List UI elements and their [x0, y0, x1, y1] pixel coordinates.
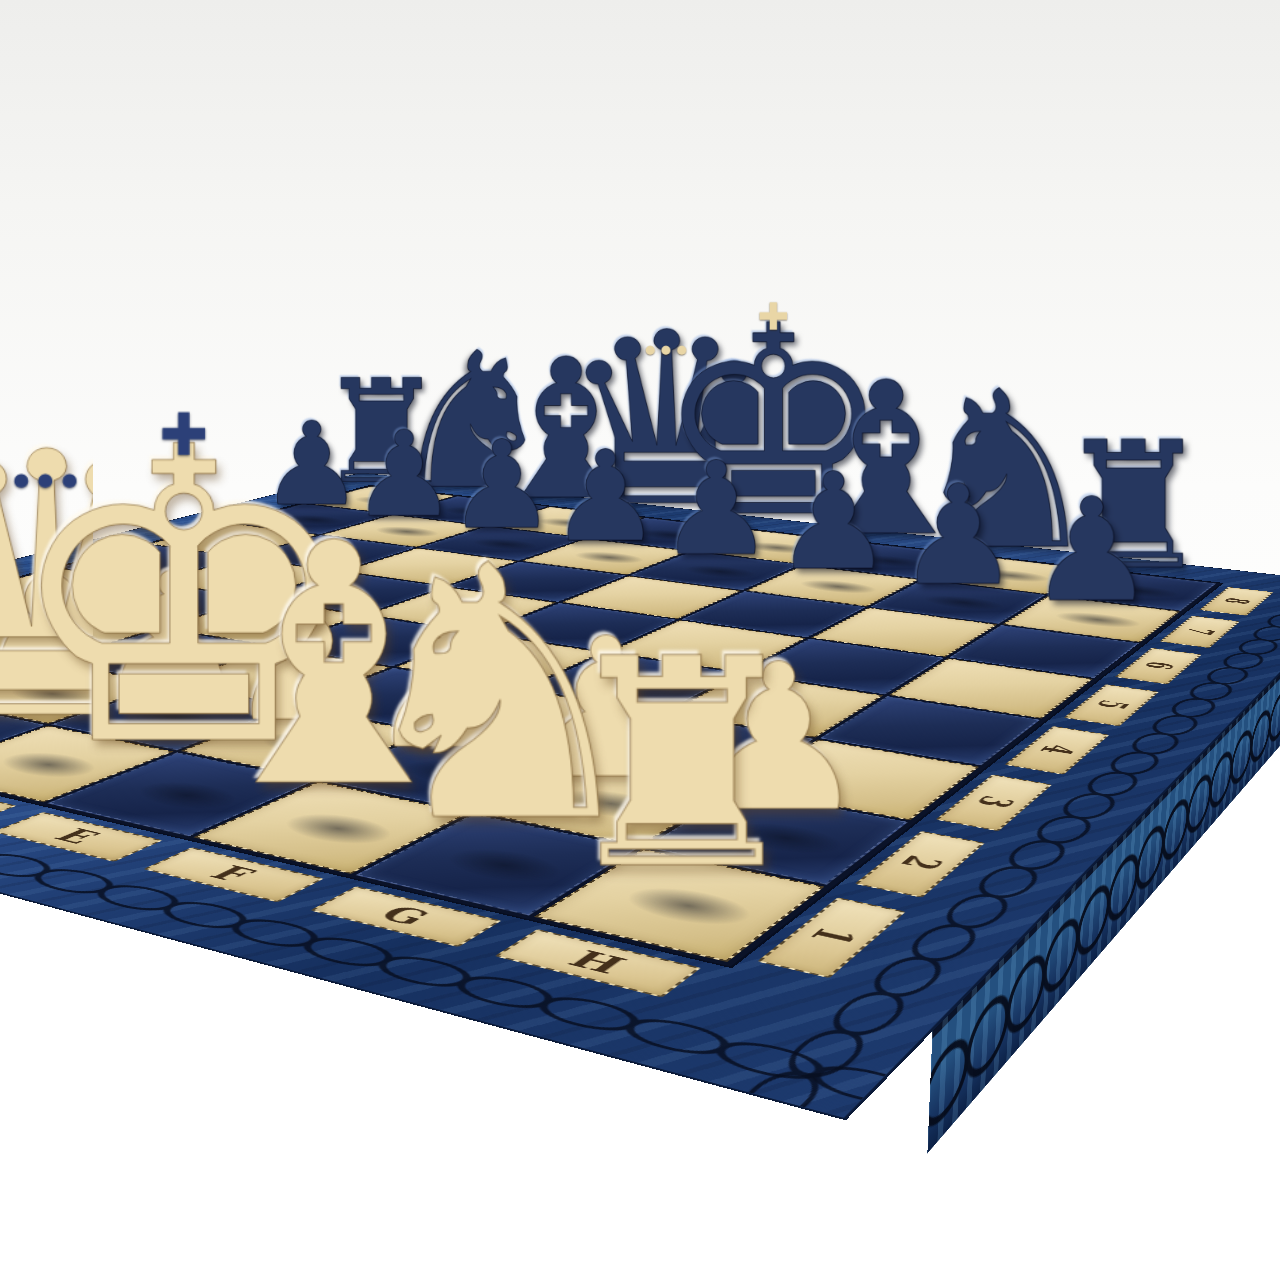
rank-label-text: 4	[1031, 742, 1086, 757]
rank-label-text: 2	[889, 853, 954, 874]
square-h7[interactable]: ♟	[1002, 595, 1179, 642]
piece-blue-pawn[interactable]: ♟	[658, 447, 774, 570]
piece-white-rook[interactable]: ♜	[553, 628, 811, 901]
scene: ♜♞♝♛● ● ●♚✚♝♞♜♟♟♟♟♟♟♟♟♟♟♟♟♟♟♟♟♜♞♝♛● ● ●♚…	[0, 0, 1280, 1280]
piece-blue-pawn[interactable]: ♟	[897, 470, 1020, 601]
rank-label-text: 3	[966, 793, 1026, 811]
rank-label-text: 6	[1135, 660, 1183, 671]
piece-blue-pawn[interactable]: ♟	[1028, 482, 1156, 617]
piece-blue-pawn[interactable]: ♟	[774, 458, 894, 585]
rank-label-text: 8	[1216, 596, 1259, 605]
product-photo: ♜♞♝♛● ● ●♚✚♝♞♜♟♟♟♟♟♟♟♟♟♟♟♟♟♟♟♟♜♞♝♛● ● ●♚…	[0, 0, 1280, 1280]
board-grid: ♜♞♝♛● ● ●♚✚♝♞♜♟♟♟♟♟♟♟♟♟♟♟♟♟♟♟♟♜♞♝♛● ● ●♚…	[0, 485, 1224, 968]
rank-label-text: 7	[1178, 626, 1223, 636]
square-h5[interactable]	[889, 658, 1093, 718]
chess-board: ♜♞♝♛● ● ●♚✚♝♞♜♟♟♟♟♟♟♟♟♟♟♟♟♟♟♟♟♜♞♝♛● ● ●♚…	[0, 473, 1280, 1118]
rank-label-text: 5	[1087, 698, 1138, 711]
rank-label-text: 1	[798, 924, 869, 949]
